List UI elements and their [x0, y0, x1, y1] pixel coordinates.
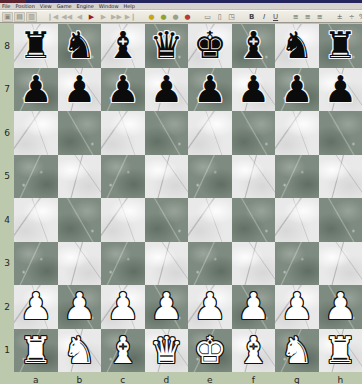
black-pawn-f7[interactable]: ♟ — [232, 68, 276, 112]
rank-label-5: 5 — [0, 155, 14, 199]
square-a3[interactable] — [14, 242, 58, 286]
square-g4[interactable] — [275, 198, 319, 242]
square-a5[interactable] — [14, 155, 58, 199]
square-f2[interactable]: ♟ — [232, 285, 276, 329]
rank-label-8: 8 — [0, 24, 14, 68]
square-d5[interactable] — [145, 155, 189, 199]
italic-icon[interactable]: I — [258, 12, 269, 22]
white-rook-a1[interactable]: ♜ — [14, 329, 58, 373]
board-window-icon[interactable]: ▭ — [202, 12, 213, 22]
black-pawn-h7[interactable]: ♟ — [319, 68, 362, 112]
comments-icon[interactable]: ≡ — [314, 12, 325, 22]
square-g2[interactable]: ♟ — [275, 285, 319, 329]
black-rook-h8[interactable]: ♜ — [319, 24, 362, 68]
nav-group: ❙◀◀◀◀▶▶▶▶▶❙ — [46, 12, 137, 22]
notation-window-icon[interactable]: ▯ — [214, 12, 225, 22]
engine-stop-icon[interactable]: ● — [182, 12, 193, 22]
file-label-a: a — [14, 373, 58, 384]
square-f4[interactable] — [232, 198, 276, 242]
square-h2[interactable]: ♟ — [319, 285, 362, 329]
eval-divide-icon[interactable]: ÷ — [346, 12, 357, 22]
board-frame: 87654321 ♜♞♝♛♚♝♞♜♟♟♟♟♟♟♟♟♟♟♟♟♟♟♟♟♜♞♝♛♚♝♞… — [0, 23, 362, 384]
file-label-c: c — [101, 373, 145, 384]
square-d8[interactable]: ♛ — [145, 24, 189, 68]
black-pawn-b7[interactable]: ♟ — [58, 68, 102, 112]
open-icon[interactable]: ▤ — [14, 12, 25, 22]
rank-coordinates: 87654321 — [0, 24, 14, 372]
square-g6[interactable] — [275, 111, 319, 155]
square-f6[interactable] — [232, 111, 276, 155]
menu-file[interactable]: File — [2, 3, 10, 9]
black-pawn-a7[interactable]: ♟ — [14, 68, 58, 112]
square-g1[interactable]: ♞ — [275, 329, 319, 373]
square-g8[interactable]: ♞ — [275, 24, 319, 68]
chess-board[interactable]: ♜♞♝♛♚♝♞♜♟♟♟♟♟♟♟♟♟♟♟♟♟♟♟♟♜♞♝♛♚♝♞♜ — [14, 24, 362, 372]
engine-go-icon[interactable]: ● — [146, 12, 157, 22]
square-c5[interactable] — [101, 155, 145, 199]
white-rook-h1[interactable]: ♜ — [319, 329, 362, 373]
rank-label-7: 7 — [0, 68, 14, 112]
file-label-g: g — [275, 373, 319, 384]
menu-game[interactable]: Game — [57, 3, 72, 9]
square-e6[interactable] — [188, 111, 232, 155]
square-c2[interactable]: ♟ — [101, 285, 145, 329]
fast-forward-icon[interactable]: ▶▶ — [110, 12, 123, 22]
black-bishop-f8[interactable]: ♝ — [232, 24, 276, 68]
white-bishop-c1[interactable]: ♝ — [101, 329, 145, 373]
square-d2[interactable]: ♟ — [145, 285, 189, 329]
square-d7[interactable]: ♟ — [145, 68, 189, 112]
square-g3[interactable] — [275, 242, 319, 286]
rank-label-2: 2 — [0, 285, 14, 329]
black-pawn-c7[interactable]: ♟ — [101, 68, 145, 112]
square-d3[interactable] — [145, 242, 189, 286]
square-h6[interactable] — [319, 111, 362, 155]
white-queen-d1[interactable]: ♛ — [145, 329, 189, 373]
black-knight-b8[interactable]: ♞ — [58, 24, 102, 68]
eval-percent-icon[interactable]: ‰ — [358, 12, 362, 22]
square-b1[interactable]: ♞ — [58, 329, 102, 373]
square-g5[interactable] — [275, 155, 319, 199]
file-label-b: b — [58, 373, 102, 384]
rewind-icon[interactable]: ◀◀ — [60, 12, 73, 22]
square-d1[interactable]: ♛ — [145, 329, 189, 373]
movelist-icon[interactable]: ≡ — [290, 12, 301, 22]
black-bishop-c8[interactable]: ♝ — [101, 24, 145, 68]
forward-icon[interactable]: ▶ — [98, 12, 109, 22]
list-group: ≡≡≡ — [290, 12, 325, 22]
square-a6[interactable] — [14, 111, 58, 155]
square-a7[interactable]: ♟ — [14, 68, 58, 112]
square-b2[interactable]: ♟ — [58, 285, 102, 329]
black-pawn-d7[interactable]: ♟ — [145, 68, 189, 112]
black-queen-d8[interactable]: ♛ — [145, 24, 189, 68]
white-pawn-f2[interactable]: ♟ — [232, 285, 276, 329]
bold-icon[interactable]: B — [246, 12, 257, 22]
square-b6[interactable] — [58, 111, 102, 155]
engine-analyze-icon[interactable]: ● — [158, 12, 169, 22]
menu-view[interactable]: View — [40, 3, 52, 9]
white-knight-g1[interactable]: ♞ — [275, 329, 319, 373]
square-c3[interactable] — [101, 242, 145, 286]
black-pawn-e7[interactable]: ♟ — [188, 68, 232, 112]
file-label-d: d — [145, 373, 189, 384]
square-b3[interactable] — [58, 242, 102, 286]
square-b8[interactable]: ♞ — [58, 24, 102, 68]
back-icon[interactable]: ◀ — [74, 12, 85, 22]
square-e8[interactable]: ♚ — [188, 24, 232, 68]
square-c6[interactable] — [101, 111, 145, 155]
white-pawn-c2[interactable]: ♟ — [101, 285, 145, 329]
square-a8[interactable]: ♜ — [14, 24, 58, 68]
menu-window[interactable]: Window — [99, 3, 119, 9]
save-icon[interactable]: ▥ — [26, 12, 37, 22]
go-first-move-icon[interactable]: ❙◀ — [46, 12, 59, 22]
view-group: ▭▯◳ — [202, 12, 237, 22]
square-c8[interactable]: ♝ — [101, 24, 145, 68]
go-last-move-icon[interactable]: ▶❙ — [124, 12, 137, 22]
white-knight-b1[interactable]: ♞ — [58, 329, 102, 373]
square-h4[interactable] — [319, 198, 362, 242]
chess-gui-window: { "game": "chess", "position": { "fen": … — [0, 0, 362, 384]
square-h8[interactable]: ♜ — [319, 24, 362, 68]
square-b5[interactable] — [58, 155, 102, 199]
square-f1[interactable]: ♝ — [232, 329, 276, 373]
square-h1[interactable]: ♜ — [319, 329, 362, 373]
underline-icon[interactable]: U — [270, 12, 281, 22]
square-a2[interactable]: ♟ — [14, 285, 58, 329]
white-king-e1[interactable]: ♚ — [188, 329, 232, 373]
square-e5[interactable] — [188, 155, 232, 199]
file-coordinates: abcdefgh — [14, 373, 362, 384]
square-e4[interactable] — [188, 198, 232, 242]
square-c4[interactable] — [101, 198, 145, 242]
rank-label-4: 4 — [0, 198, 14, 242]
black-king-e8[interactable]: ♚ — [188, 24, 232, 68]
clock-window-icon[interactable]: ◳ — [226, 12, 237, 22]
square-h3[interactable] — [319, 242, 362, 286]
rank-label-3: 3 — [0, 242, 14, 286]
menu-bar: FilePositionViewGameEngineWindowHelp — [0, 3, 362, 10]
black-knight-g8[interactable]: ♞ — [275, 24, 319, 68]
engine-group: ●●●● — [146, 12, 193, 22]
rank-label-6: 6 — [0, 111, 14, 155]
square-c1[interactable]: ♝ — [101, 329, 145, 373]
white-pawn-h2[interactable]: ♟ — [319, 285, 362, 329]
white-pawn-d2[interactable]: ♟ — [145, 285, 189, 329]
square-f5[interactable] — [232, 155, 276, 199]
black-pawn-g7[interactable]: ♟ — [275, 68, 319, 112]
square-e3[interactable] — [188, 242, 232, 286]
annotation-group: ±÷‰ — [334, 12, 362, 22]
format-group: BIU — [246, 12, 281, 22]
file-label-e: e — [188, 373, 232, 384]
black-rook-a8[interactable]: ♜ — [14, 24, 58, 68]
square-e7[interactable]: ♟ — [188, 68, 232, 112]
square-h7[interactable]: ♟ — [319, 68, 362, 112]
play-icon[interactable]: ▶ — [86, 12, 97, 22]
engine-move-icon[interactable]: ● — [170, 12, 181, 22]
toolbar: ▣▤▥❙◀◀◀◀▶▶▶▶▶❙●●●●▭▯◳BIU≡≡≡±÷‰ — [0, 10, 362, 23]
square-e2[interactable]: ♟ — [188, 285, 232, 329]
rank-label-1: 1 — [0, 329, 14, 373]
square-g7[interactable]: ♟ — [275, 68, 319, 112]
white-pawn-g2[interactable]: ♟ — [275, 285, 319, 329]
square-a4[interactable] — [14, 198, 58, 242]
square-a1[interactable]: ♜ — [14, 329, 58, 373]
eval-plus-minus-icon[interactable]: ± — [334, 12, 345, 22]
file-group: ▣▤▥ — [2, 12, 37, 22]
menu-help[interactable]: Help — [123, 3, 134, 9]
new-board-icon[interactable]: ▣ — [2, 12, 13, 22]
white-bishop-f1[interactable]: ♝ — [232, 329, 276, 373]
square-f3[interactable] — [232, 242, 276, 286]
white-pawn-a2[interactable]: ♟ — [14, 285, 58, 329]
square-e1[interactable]: ♚ — [188, 329, 232, 373]
square-c7[interactable]: ♟ — [101, 68, 145, 112]
square-b7[interactable]: ♟ — [58, 68, 102, 112]
square-f7[interactable]: ♟ — [232, 68, 276, 112]
file-label-f: f — [232, 373, 276, 384]
square-h5[interactable] — [319, 155, 362, 199]
square-d6[interactable] — [145, 111, 189, 155]
white-pawn-e2[interactable]: ♟ — [188, 285, 232, 329]
menu-engine[interactable]: Engine — [77, 3, 94, 9]
square-d4[interactable] — [145, 198, 189, 242]
file-label-h: h — [319, 373, 362, 384]
white-pawn-b2[interactable]: ♟ — [58, 285, 102, 329]
variations-icon[interactable]: ≡ — [302, 12, 313, 22]
square-f8[interactable]: ♝ — [232, 24, 276, 68]
menu-position[interactable]: Position — [15, 3, 34, 9]
square-b4[interactable] — [58, 198, 102, 242]
